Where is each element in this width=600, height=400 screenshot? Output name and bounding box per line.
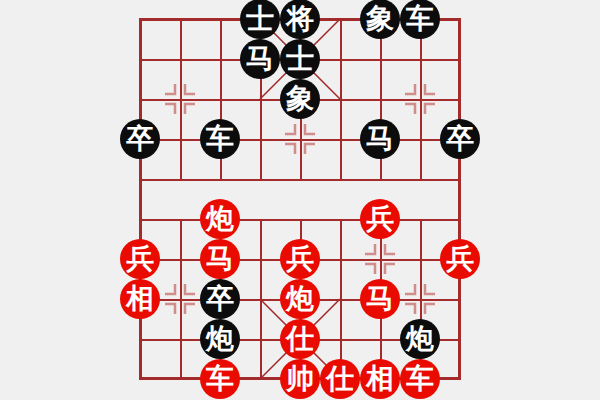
- piece-label: 士: [286, 45, 314, 73]
- piece-label: 车: [206, 125, 234, 153]
- piece-red-soldier[interactable]: 兵: [360, 199, 400, 239]
- piece-label: 帅: [286, 365, 314, 393]
- position-marker: [165, 284, 195, 314]
- piece-label: 兵: [446, 245, 474, 273]
- xiangqi-screen: 士将象车马士象卒车马卒炮兵兵马兵兵相卒炮马炮仕炮车帅仕相车: [0, 0, 600, 400]
- piece-black-elephant[interactable]: 象: [360, 0, 400, 39]
- piece-label: 相: [366, 365, 394, 393]
- piece-label: 炮: [286, 285, 314, 313]
- piece-red-elephant[interactable]: 相: [360, 359, 400, 399]
- piece-black-cannon[interactable]: 炮: [200, 319, 240, 359]
- piece-red-advisor[interactable]: 仕: [320, 359, 360, 399]
- piece-red-chariot[interactable]: 车: [400, 359, 440, 399]
- piece-red-soldier[interactable]: 兵: [440, 239, 480, 279]
- position-marker: [405, 284, 435, 314]
- piece-black-soldier[interactable]: 卒: [120, 119, 160, 159]
- piece-label: 相: [126, 285, 154, 313]
- piece-label: 卒: [206, 285, 234, 313]
- piece-red-elephant[interactable]: 相: [120, 279, 160, 319]
- piece-red-general[interactable]: 帅: [280, 359, 320, 399]
- piece-label: 士: [246, 5, 274, 33]
- piece-label: 炮: [406, 325, 434, 353]
- piece-label: 马: [366, 125, 394, 153]
- xiangqi-board: 士将象车马士象卒车马卒炮兵兵马兵兵相卒炮马炮仕炮车帅仕相车: [140, 19, 460, 379]
- piece-label: 车: [406, 5, 434, 33]
- piece-label: 马: [206, 245, 234, 273]
- piece-label: 炮: [206, 205, 234, 233]
- piece-label: 炮: [206, 325, 234, 353]
- piece-red-chariot[interactable]: 车: [200, 359, 240, 399]
- piece-label: 车: [406, 365, 434, 393]
- piece-label: 卒: [446, 125, 474, 153]
- piece-label: 兵: [366, 205, 394, 233]
- position-marker: [405, 84, 435, 114]
- piece-label: 兵: [286, 245, 314, 273]
- piece-red-soldier[interactable]: 兵: [120, 239, 160, 279]
- piece-red-cannon[interactable]: 炮: [280, 279, 320, 319]
- position-marker: [365, 244, 395, 274]
- piece-red-cannon[interactable]: 炮: [200, 199, 240, 239]
- piece-black-advisor[interactable]: 士: [280, 39, 320, 79]
- piece-label: 卒: [126, 125, 154, 153]
- piece-label: 象: [286, 85, 314, 113]
- position-marker: [165, 84, 195, 114]
- piece-label: 兵: [126, 245, 154, 273]
- piece-black-horse[interactable]: 马: [360, 119, 400, 159]
- piece-label: 象: [366, 5, 394, 33]
- piece-black-elephant[interactable]: 象: [280, 79, 320, 119]
- piece-black-advisor[interactable]: 士: [240, 0, 280, 39]
- piece-black-general[interactable]: 将: [280, 0, 320, 39]
- piece-black-chariot[interactable]: 车: [200, 119, 240, 159]
- piece-red-soldier[interactable]: 兵: [280, 239, 320, 279]
- piece-red-horse[interactable]: 马: [360, 279, 400, 319]
- piece-label: 仕: [326, 365, 354, 393]
- piece-red-horse[interactable]: 马: [200, 239, 240, 279]
- piece-label: 马: [366, 285, 394, 313]
- piece-label: 马: [246, 45, 274, 73]
- piece-black-cannon[interactable]: 炮: [400, 319, 440, 359]
- piece-label: 将: [286, 5, 314, 33]
- piece-black-chariot[interactable]: 车: [400, 0, 440, 39]
- piece-red-advisor[interactable]: 仕: [280, 319, 320, 359]
- position-marker: [285, 124, 315, 154]
- piece-black-soldier[interactable]: 卒: [440, 119, 480, 159]
- piece-label: 仕: [286, 325, 314, 353]
- piece-black-soldier[interactable]: 卒: [200, 279, 240, 319]
- piece-black-horse[interactable]: 马: [240, 39, 280, 79]
- piece-label: 车: [206, 365, 234, 393]
